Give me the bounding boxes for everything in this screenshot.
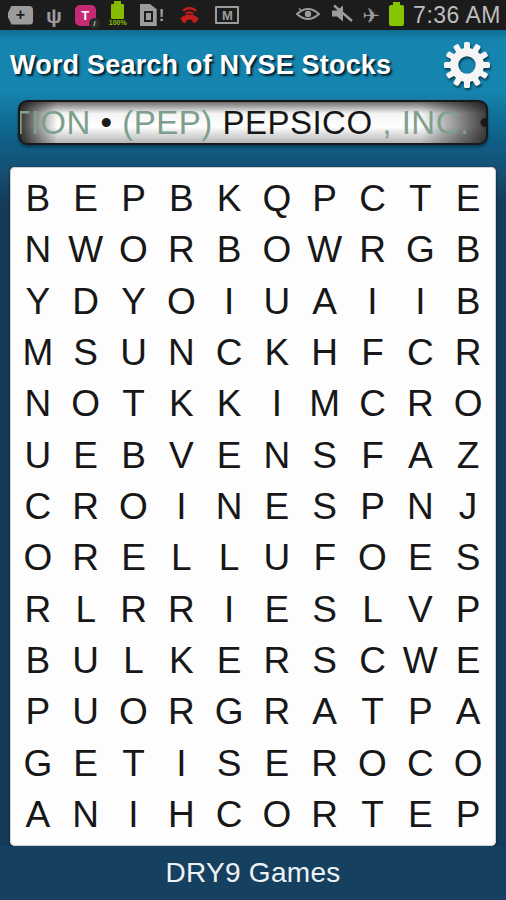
cell-r13c9[interactable]: E xyxy=(396,789,444,840)
cell-r5c1[interactable]: N xyxy=(14,378,62,429)
cell-r8c8[interactable]: O xyxy=(349,532,397,583)
status-bar[interactable]: + ψ T i 100% ! M xyxy=(0,0,506,30)
cell-r9c5[interactable]: I xyxy=(205,583,253,634)
battery-icon xyxy=(389,5,404,26)
cell-r4c5[interactable]: C xyxy=(205,327,253,378)
cell-r11c4[interactable]: R xyxy=(157,686,205,737)
smart-stay-eye-icon xyxy=(295,5,321,26)
cell-r2c1[interactable]: N xyxy=(14,224,62,275)
mute-icon xyxy=(330,4,354,27)
clock: 7:36 AM xyxy=(413,4,501,27)
app-window: Word Search of NYSE Stocks xyxy=(0,30,506,900)
cell-r1c4[interactable]: B xyxy=(157,173,205,224)
cell-r1c9[interactable]: T xyxy=(396,173,444,224)
cell-r1c8[interactable]: C xyxy=(349,173,397,224)
cell-r8c4[interactable]: L xyxy=(157,532,205,583)
cell-r1c2[interactable]: E xyxy=(62,173,110,224)
cell-r12c8[interactable]: O xyxy=(349,737,397,788)
battery-100-icon: 100% xyxy=(109,4,127,27)
cell-r13c8[interactable]: T xyxy=(349,789,397,840)
cell-r3c6[interactable]: U xyxy=(253,276,301,327)
cell-r11c10[interactable]: A xyxy=(444,686,492,737)
cell-r10c9[interactable]: W xyxy=(396,635,444,686)
status-bar-left: + ψ T i 100% ! M xyxy=(8,1,239,29)
cell-r2c10[interactable]: B xyxy=(444,224,492,275)
gear-icon xyxy=(441,39,493,91)
cell-r1c5[interactable]: K xyxy=(205,173,253,224)
ticker-segment: , INC. xyxy=(382,104,479,141)
t-mobile-letter: T xyxy=(81,8,89,23)
cell-r11c1[interactable]: P xyxy=(14,686,62,737)
cell-r2c8[interactable]: R xyxy=(349,224,397,275)
cell-r8c1[interactable]: O xyxy=(14,532,62,583)
cell-r6c1[interactable]: U xyxy=(14,430,62,481)
cell-r4c9[interactable]: C xyxy=(396,327,444,378)
cell-r13c6[interactable]: O xyxy=(253,789,301,840)
cell-r12c3[interactable]: T xyxy=(110,737,158,788)
cell-r13c4[interactable]: H xyxy=(157,789,205,840)
cell-r11c6[interactable]: R xyxy=(253,686,301,737)
cell-r4c3[interactable]: U xyxy=(110,327,158,378)
cell-r1c10[interactable]: E xyxy=(444,173,492,224)
gmail-icon: M xyxy=(215,6,239,24)
footer-label: DRY9 Games xyxy=(165,857,340,889)
cell-r5c7[interactable]: M xyxy=(301,378,349,429)
cell-r2c4[interactable]: R xyxy=(157,224,205,275)
cell-r6c10[interactable]: Z xyxy=(444,430,492,481)
cell-r10c4[interactable]: K xyxy=(157,635,205,686)
cell-r6c6[interactable]: N xyxy=(253,430,301,481)
cell-r3c1[interactable]: Y xyxy=(14,276,62,327)
cell-r6c5[interactable]: E xyxy=(205,430,253,481)
cell-r2c7[interactable]: W xyxy=(301,224,349,275)
wifi-calling-icon xyxy=(177,1,202,29)
cell-r4c2[interactable]: S xyxy=(62,327,110,378)
cell-r12c10[interactable]: O xyxy=(444,737,492,788)
cell-r10c6[interactable]: R xyxy=(253,635,301,686)
cell-r4c7[interactable]: H xyxy=(301,327,349,378)
notification-plus-icon: + xyxy=(8,6,33,25)
cell-r9c7[interactable]: S xyxy=(301,583,349,634)
cell-r1c3[interactable]: P xyxy=(110,173,158,224)
cell-r5c6[interactable]: I xyxy=(253,378,301,429)
cell-r5c9[interactable]: R xyxy=(396,378,444,429)
cell-r9c2[interactable]: L xyxy=(62,583,110,634)
sim-alert-icon: ! xyxy=(140,4,165,26)
cell-r10c7[interactable]: S xyxy=(301,635,349,686)
cell-r11c9[interactable]: P xyxy=(396,686,444,737)
cell-r13c5[interactable]: C xyxy=(205,789,253,840)
airplane-mode-icon: ✈ xyxy=(363,5,381,26)
cell-r4c8[interactable]: F xyxy=(349,327,397,378)
cell-r13c3[interactable]: I xyxy=(110,789,158,840)
gmail-letter: M xyxy=(222,9,233,22)
cell-r7c9[interactable]: N xyxy=(396,481,444,532)
ticker-segment: • xyxy=(91,104,122,141)
cell-r8c10[interactable]: S xyxy=(444,532,492,583)
cell-r1c1[interactable]: B xyxy=(14,173,62,224)
cell-r12c7[interactable]: R xyxy=(301,737,349,788)
info-badge-icon: i xyxy=(89,18,100,29)
ticker-text: TION • (PEP) PEPSICO , INC. • (PTR xyxy=(18,106,488,139)
footer-banner: DRY9 Games xyxy=(0,846,506,900)
cell-r10c2[interactable]: U xyxy=(62,635,110,686)
cell-r9c8[interactable]: L xyxy=(349,583,397,634)
cell-r7c8[interactable]: P xyxy=(349,481,397,532)
cell-r9c3[interactable]: R xyxy=(110,583,158,634)
cell-r7c1[interactable]: C xyxy=(14,481,62,532)
ticker-segment: TION xyxy=(18,104,91,141)
cell-r3c2[interactable]: D xyxy=(62,276,110,327)
cell-r1c7[interactable]: P xyxy=(301,173,349,224)
cell-r9c1[interactable]: R xyxy=(14,583,62,634)
status-bar-right: ✈ 7:36 AM xyxy=(295,4,502,27)
letter-grid: BEPBKQPCTENWORBOWRGBYDYOIUAIIBMSUNCKHFCR… xyxy=(10,167,496,846)
page-title: Word Search of NYSE Stocks xyxy=(10,50,440,81)
cell-r13c1[interactable]: A xyxy=(14,789,62,840)
cell-r12c1[interactable]: G xyxy=(14,737,62,788)
cell-r7c3[interactable]: O xyxy=(110,481,158,532)
cell-r7c5[interactable]: N xyxy=(205,481,253,532)
cell-r5c2[interactable]: O xyxy=(62,378,110,429)
cell-r10c10[interactable]: E xyxy=(444,635,492,686)
cell-r6c8[interactable]: F xyxy=(349,430,397,481)
cell-r7c4[interactable]: I xyxy=(157,481,205,532)
cell-r10c8[interactable]: C xyxy=(349,635,397,686)
cell-r8c5[interactable]: L xyxy=(205,532,253,583)
cell-r2c2[interactable]: W xyxy=(62,224,110,275)
cell-r12c4[interactable]: I xyxy=(157,737,205,788)
cell-r3c5[interactable]: I xyxy=(205,276,253,327)
word-ticker: TION • (PEP) PEPSICO , INC. • (PTR xyxy=(18,100,488,145)
cell-r11c2[interactable]: U xyxy=(62,686,110,737)
cell-r11c7[interactable]: A xyxy=(301,686,349,737)
usb-icon: ψ xyxy=(46,5,62,26)
app-header: Word Search of NYSE Stocks xyxy=(0,30,506,100)
cell-r5c3[interactable]: T xyxy=(110,378,158,429)
cell-r6c2[interactable]: E xyxy=(62,430,110,481)
cell-r3c10[interactable]: B xyxy=(444,276,492,327)
cell-r9c10[interactable]: P xyxy=(444,583,492,634)
cell-r2c6[interactable]: O xyxy=(253,224,301,275)
t-mobile-icon: T i xyxy=(75,5,96,26)
cell-r11c8[interactable]: T xyxy=(349,686,397,737)
cell-r4c4[interactable]: N xyxy=(157,327,205,378)
cell-r2c3[interactable]: O xyxy=(110,224,158,275)
cell-r8c7[interactable]: F xyxy=(301,532,349,583)
cell-r2c9[interactable]: G xyxy=(396,224,444,275)
cell-r5c8[interactable]: C xyxy=(349,378,397,429)
cell-r7c10[interactable]: J xyxy=(444,481,492,532)
cell-r6c9[interactable]: A xyxy=(396,430,444,481)
cell-r10c3[interactable]: L xyxy=(110,635,158,686)
cell-r13c2[interactable]: N xyxy=(62,789,110,840)
sim-alert-mark: ! xyxy=(159,7,165,24)
cell-r4c1[interactable]: M xyxy=(14,327,62,378)
settings-button[interactable] xyxy=(440,38,494,92)
cell-r4c6[interactable]: K xyxy=(253,327,301,378)
cell-r13c7[interactable]: R xyxy=(301,789,349,840)
cell-r1c6[interactable]: Q xyxy=(253,173,301,224)
cell-r10c1[interactable]: B xyxy=(14,635,62,686)
cell-r8c2[interactable]: R xyxy=(62,532,110,583)
cell-r2c5[interactable]: B xyxy=(205,224,253,275)
cell-r7c7[interactable]: S xyxy=(301,481,349,532)
cell-r6c4[interactable]: V xyxy=(157,430,205,481)
cell-r9c6[interactable]: E xyxy=(253,583,301,634)
cell-r3c4[interactable]: O xyxy=(157,276,205,327)
cell-r13c10[interactable]: P xyxy=(444,789,492,840)
cell-r12c9[interactable]: C xyxy=(396,737,444,788)
cell-r10c5[interactable]: E xyxy=(205,635,253,686)
cell-r9c9[interactable]: V xyxy=(396,583,444,634)
cell-r11c3[interactable]: O xyxy=(110,686,158,737)
cell-r5c5[interactable]: K xyxy=(205,378,253,429)
cell-r8c9[interactable]: E xyxy=(396,532,444,583)
cell-r7c6[interactable]: E xyxy=(253,481,301,532)
cell-r3c9[interactable]: I xyxy=(396,276,444,327)
cell-r5c4[interactable]: K xyxy=(157,378,205,429)
cell-r3c7[interactable]: A xyxy=(301,276,349,327)
ticker-segment: • xyxy=(479,104,488,141)
cell-r3c8[interactable]: I xyxy=(349,276,397,327)
cell-r12c2[interactable]: E xyxy=(62,737,110,788)
ticker-segment: PEPSICO xyxy=(222,104,382,141)
cell-r6c3[interactable]: B xyxy=(110,430,158,481)
cell-r11c5[interactable]: G xyxy=(205,686,253,737)
cell-r3c3[interactable]: Y xyxy=(110,276,158,327)
cell-r12c5[interactable]: S xyxy=(205,737,253,788)
cell-r8c3[interactable]: E xyxy=(110,532,158,583)
cell-r12c6[interactable]: E xyxy=(253,737,301,788)
cell-r4c10[interactable]: R xyxy=(444,327,492,378)
ticker-segment: (PEP) xyxy=(122,104,222,141)
cell-r9c4[interactable]: R xyxy=(157,583,205,634)
cell-r8c6[interactable]: U xyxy=(253,532,301,583)
battery-100-label: 100% xyxy=(109,19,127,27)
cell-r5c10[interactable]: O xyxy=(444,378,492,429)
cell-r6c7[interactable]: S xyxy=(301,430,349,481)
cell-r7c2[interactable]: R xyxy=(62,481,110,532)
